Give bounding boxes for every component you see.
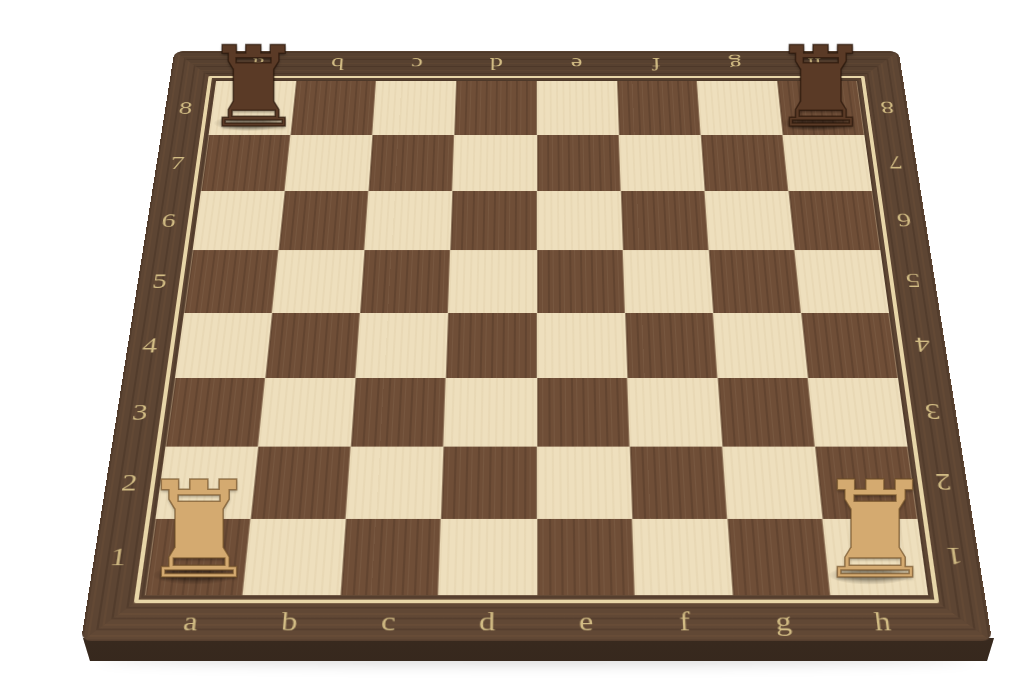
- file-label-top-e: e: [537, 51, 617, 77]
- square-a4[interactable]: [175, 313, 272, 378]
- square-e6[interactable]: [537, 191, 623, 250]
- square-b6[interactable]: [279, 191, 369, 250]
- square-a5[interactable]: [184, 250, 279, 312]
- square-b4[interactable]: [265, 313, 360, 378]
- file-label-top-g: g: [695, 51, 777, 77]
- square-c3[interactable]: [351, 378, 446, 447]
- square-d1[interactable]: [439, 519, 537, 595]
- square-h4[interactable]: [801, 313, 898, 378]
- file-label-bottom-f: f: [635, 601, 736, 641]
- square-e4[interactable]: [537, 313, 627, 378]
- square-g5[interactable]: [708, 250, 800, 312]
- scene: abcdefgh abcdefgh 87654321 87654321 ♜♜♜♜: [0, 0, 1024, 683]
- square-g3[interactable]: [717, 378, 815, 447]
- square-d8[interactable]: [455, 81, 537, 135]
- square-d2[interactable]: [441, 446, 536, 518]
- square-c7[interactable]: [369, 135, 455, 191]
- square-f5[interactable]: [622, 250, 712, 312]
- square-e1[interactable]: [537, 519, 635, 595]
- square-f6[interactable]: [620, 191, 708, 250]
- square-h6[interactable]: [788, 191, 880, 250]
- file-label-top-d: d: [457, 51, 537, 77]
- square-e2[interactable]: [537, 446, 632, 518]
- square-f7[interactable]: [618, 135, 704, 191]
- square-d3[interactable]: [444, 378, 537, 447]
- square-b2[interactable]: [251, 446, 351, 518]
- square-c2[interactable]: [346, 446, 444, 518]
- square-a3[interactable]: [165, 378, 265, 447]
- square-c8[interactable]: [373, 81, 457, 135]
- square-c6[interactable]: [365, 191, 453, 250]
- square-c1[interactable]: [341, 519, 442, 595]
- white-rook-h1[interactable]: ♜: [815, 464, 935, 598]
- square-e8[interactable]: [537, 81, 619, 135]
- square-b3[interactable]: [258, 378, 356, 447]
- square-h3[interactable]: [808, 378, 908, 447]
- square-e5[interactable]: [537, 250, 625, 312]
- square-c5[interactable]: [360, 250, 450, 312]
- square-b5[interactable]: [272, 250, 364, 312]
- board-squares: [145, 81, 928, 595]
- file-label-bottom-c: c: [337, 601, 438, 641]
- file-label-top-c: c: [377, 51, 458, 77]
- square-f4[interactable]: [625, 313, 718, 378]
- white-rook-a1[interactable]: ♜: [139, 464, 259, 598]
- file-label-bottom-e: e: [537, 601, 637, 641]
- square-g6[interactable]: [704, 191, 794, 250]
- square-d6[interactable]: [451, 191, 537, 250]
- square-d5[interactable]: [448, 250, 536, 312]
- square-e7[interactable]: [537, 135, 621, 191]
- square-c4[interactable]: [356, 313, 449, 378]
- square-e3[interactable]: [537, 378, 630, 447]
- black-rook-a8[interactable]: ♜: [203, 31, 303, 143]
- file-label-top-f: f: [616, 51, 697, 77]
- square-f8[interactable]: [617, 81, 701, 135]
- square-f1[interactable]: [632, 519, 733, 595]
- file-label-bottom-d: d: [437, 601, 537, 641]
- square-f2[interactable]: [629, 446, 727, 518]
- square-g4[interactable]: [713, 313, 808, 378]
- file-label-top-b: b: [297, 51, 379, 77]
- square-g2[interactable]: [722, 446, 822, 518]
- black-rook-h8[interactable]: ♜: [770, 31, 870, 143]
- square-h5[interactable]: [794, 250, 889, 312]
- square-d7[interactable]: [453, 135, 537, 191]
- square-a6[interactable]: [193, 191, 285, 250]
- square-d4[interactable]: [446, 313, 536, 378]
- square-f3[interactable]: [627, 378, 722, 447]
